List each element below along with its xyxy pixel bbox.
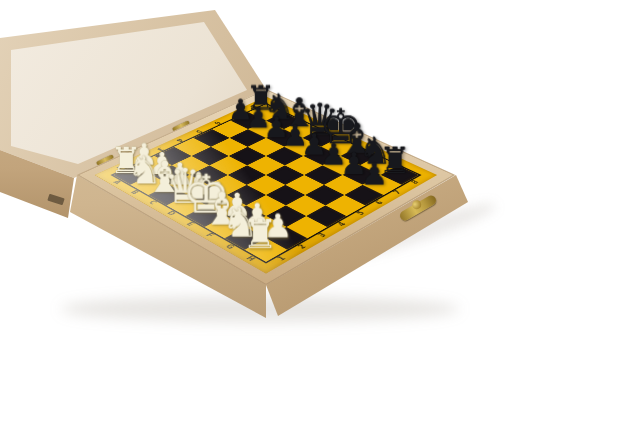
rank-label-left-4: 4 [166,134,192,147]
photo-open-wooden-chess-box: { "game": "chess", "scene_description": … [0,0,618,429]
board-scene: ♜♞♝♛♚♝♞♜♟♟♟♟♟♟♟♟♟♟♟♟♟♟♟♟♜♞♝♛♚♝♞♜ ABCDEFG… [0,0,618,429]
chess-board-grid: ♜♞♝♛♚♝♞♜♟♟♟♟♟♟♟♟♟♟♟♟♟♟♟♟♜♞♝♛♚♝♞♜ [110,103,421,264]
square-h7: ♟ [363,175,402,195]
square-f3 [246,195,286,216]
chess-board-plate: ♜♞♝♛♚♝♞♜♟♟♟♟♟♟♟♟♟♟♟♟♟♟♟♟♜♞♝♛♚♝♞♜ ABCDEFG… [95,97,437,274]
square-b2: ♟ [151,165,189,184]
